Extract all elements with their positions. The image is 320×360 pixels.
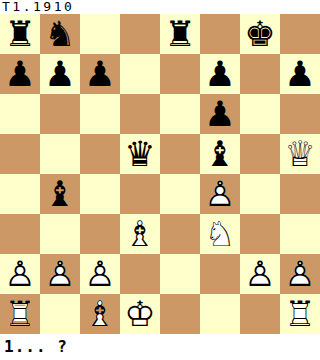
square-b7[interactable]: ♟: [40, 54, 80, 94]
black-rook-piece[interactable]: ♜: [160, 14, 200, 54]
square-c8[interactable]: [80, 14, 120, 54]
black-rook-piece[interactable]: ♜: [0, 14, 40, 54]
white-bishop-outline: ♗: [80, 294, 120, 334]
black-rook-glyph: ♜: [0, 14, 40, 54]
square-e7[interactable]: [160, 54, 200, 94]
square-e5[interactable]: [160, 134, 200, 174]
black-pawn-glyph: ♟: [80, 54, 120, 94]
square-a7[interactable]: ♟: [0, 54, 40, 94]
square-h3[interactable]: [280, 214, 320, 254]
square-b4[interactable]: ♝: [40, 174, 80, 214]
square-c3[interactable]: [80, 214, 120, 254]
black-pawn-glyph: ♟: [40, 54, 80, 94]
white-bishop-piece[interactable]: ♝♗: [120, 214, 160, 254]
white-bishop-piece[interactable]: ♝♗: [80, 294, 120, 334]
white-pawn-piece[interactable]: ♟♙: [200, 174, 240, 214]
square-d1[interactable]: ♚♔: [120, 294, 160, 334]
black-pawn-glyph: ♟: [0, 54, 40, 94]
square-e2[interactable]: [160, 254, 200, 294]
square-g7[interactable]: [240, 54, 280, 94]
white-queen-piece[interactable]: ♛♕: [280, 134, 320, 174]
black-pawn-glyph: ♟: [200, 94, 240, 134]
move-prompt: 1... ?: [0, 334, 320, 360]
square-b8[interactable]: ♞: [40, 14, 80, 54]
square-h2[interactable]: ♟♙: [280, 254, 320, 294]
black-pawn-piece[interactable]: ♟: [0, 54, 40, 94]
white-knight-outline: ♘: [200, 214, 240, 254]
square-a6[interactable]: [0, 94, 40, 134]
square-a1[interactable]: ♜♖: [0, 294, 40, 334]
square-d2[interactable]: [120, 254, 160, 294]
square-c4[interactable]: [80, 174, 120, 214]
square-c5[interactable]: [80, 134, 120, 174]
square-f3[interactable]: ♞♘: [200, 214, 240, 254]
white-pawn-piece[interactable]: ♟♙: [280, 254, 320, 294]
square-e1[interactable]: [160, 294, 200, 334]
black-knight-piece[interactable]: ♞: [40, 14, 80, 54]
square-a5[interactable]: [0, 134, 40, 174]
black-pawn-piece[interactable]: ♟: [40, 54, 80, 94]
white-rook-outline: ♖: [0, 294, 40, 334]
black-pawn-glyph: ♟: [200, 54, 240, 94]
black-pawn-glyph: ♟: [280, 54, 320, 94]
white-pawn-piece[interactable]: ♟♙: [40, 254, 80, 294]
square-d8[interactable]: [120, 14, 160, 54]
square-h7[interactable]: ♟: [280, 54, 320, 94]
square-f1[interactable]: [200, 294, 240, 334]
white-pawn-piece[interactable]: ♟♙: [0, 254, 40, 294]
black-bishop-piece[interactable]: ♝: [40, 174, 80, 214]
black-bishop-piece[interactable]: ♝: [200, 134, 240, 174]
square-d7[interactable]: [120, 54, 160, 94]
square-a8[interactable]: ♜: [0, 14, 40, 54]
square-b5[interactable]: [40, 134, 80, 174]
square-h5[interactable]: ♛♕: [280, 134, 320, 174]
white-pawn-outline: ♙: [80, 254, 120, 294]
white-king-piece[interactable]: ♚♔: [120, 294, 160, 334]
white-pawn-outline: ♙: [40, 254, 80, 294]
black-pawn-piece[interactable]: ♟: [280, 54, 320, 94]
chess-puzzle-page: T1.1910 ♜♞♜♚♟♟♟♟♟♟♛♝♛♕♝♟♙♝♗♞♘♟♙♟♙♟♙♟♙♟♙♜…: [0, 0, 320, 360]
square-f8[interactable]: [200, 14, 240, 54]
black-king-piece[interactable]: ♚: [240, 14, 280, 54]
square-a3[interactable]: [0, 214, 40, 254]
white-rook-piece[interactable]: ♜♖: [280, 294, 320, 334]
square-h8[interactable]: [280, 14, 320, 54]
square-f7[interactable]: ♟: [200, 54, 240, 94]
square-a4[interactable]: [0, 174, 40, 214]
square-c6[interactable]: [80, 94, 120, 134]
black-knight-glyph: ♞: [40, 14, 80, 54]
square-e6[interactable]: [160, 94, 200, 134]
chess-board: ♜♞♜♚♟♟♟♟♟♟♛♝♛♕♝♟♙♝♗♞♘♟♙♟♙♟♙♟♙♟♙♜♖♝♗♚♔♜♖: [0, 14, 320, 334]
white-bishop-outline: ♗: [120, 214, 160, 254]
square-b1[interactable]: [40, 294, 80, 334]
white-pawn-outline: ♙: [280, 254, 320, 294]
square-f5[interactable]: ♝: [200, 134, 240, 174]
black-pawn-piece[interactable]: ♟: [200, 94, 240, 134]
white-pawn-outline: ♙: [0, 254, 40, 294]
white-pawn-piece[interactable]: ♟♙: [240, 254, 280, 294]
black-bishop-glyph: ♝: [200, 134, 240, 174]
square-a2[interactable]: ♟♙: [0, 254, 40, 294]
square-f4[interactable]: ♟♙: [200, 174, 240, 214]
white-pawn-outline: ♙: [240, 254, 280, 294]
square-e8[interactable]: ♜: [160, 14, 200, 54]
square-g3[interactable]: [240, 214, 280, 254]
square-e3[interactable]: [160, 214, 200, 254]
square-g4[interactable]: [240, 174, 280, 214]
square-e4[interactable]: [160, 174, 200, 214]
black-queen-glyph: ♛: [120, 134, 160, 174]
square-c7[interactable]: ♟: [80, 54, 120, 94]
black-queen-piece[interactable]: ♛: [120, 134, 160, 174]
black-pawn-piece[interactable]: ♟: [80, 54, 120, 94]
black-pawn-piece[interactable]: ♟: [200, 54, 240, 94]
square-b2[interactable]: ♟♙: [40, 254, 80, 294]
square-d5[interactable]: ♛: [120, 134, 160, 174]
black-rook-glyph: ♜: [160, 14, 200, 54]
puzzle-title: T1.1910: [0, 0, 320, 14]
white-pawn-piece[interactable]: ♟♙: [80, 254, 120, 294]
square-g5[interactable]: [240, 134, 280, 174]
square-g1[interactable]: [240, 294, 280, 334]
white-king-outline: ♔: [120, 294, 160, 334]
square-c2[interactable]: ♟♙: [80, 254, 120, 294]
square-f6[interactable]: ♟: [200, 94, 240, 134]
white-queen-outline: ♕: [280, 134, 320, 174]
square-d4[interactable]: [120, 174, 160, 214]
square-b3[interactable]: [40, 214, 80, 254]
white-rook-outline: ♖: [280, 294, 320, 334]
square-h6[interactable]: [280, 94, 320, 134]
square-h1[interactable]: ♜♖: [280, 294, 320, 334]
square-d3[interactable]: ♝♗: [120, 214, 160, 254]
square-b6[interactable]: [40, 94, 80, 134]
black-bishop-glyph: ♝: [40, 174, 80, 214]
square-c1[interactable]: ♝♗: [80, 294, 120, 334]
black-king-glyph: ♚: [240, 14, 280, 54]
square-g6[interactable]: [240, 94, 280, 134]
square-g2[interactable]: ♟♙: [240, 254, 280, 294]
square-g8[interactable]: ♚: [240, 14, 280, 54]
square-h4[interactable]: [280, 174, 320, 214]
square-f2[interactable]: [200, 254, 240, 294]
white-rook-piece[interactable]: ♜♖: [0, 294, 40, 334]
square-d6[interactable]: [120, 94, 160, 134]
white-knight-piece[interactable]: ♞♘: [200, 214, 240, 254]
white-pawn-outline: ♙: [200, 174, 240, 214]
